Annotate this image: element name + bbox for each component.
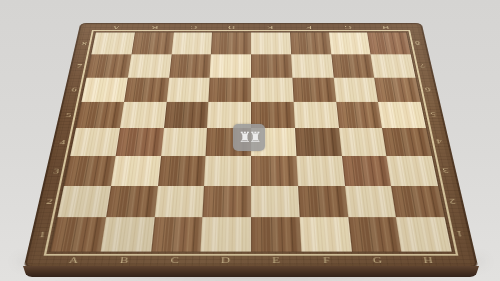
file-label: B	[98, 252, 151, 268]
square-a4[interactable]	[70, 128, 120, 156]
file-label: E	[251, 252, 302, 268]
square-g5[interactable]	[336, 102, 382, 128]
watermark-logo: ♜♜	[233, 124, 265, 151]
file-label: A	[47, 252, 101, 268]
square-e1[interactable]	[251, 217, 301, 251]
square-h4[interactable]	[382, 128, 432, 156]
square-f6[interactable]	[292, 77, 336, 102]
file-label: G	[351, 252, 404, 268]
square-a5[interactable]	[76, 102, 124, 128]
square-e3[interactable]	[251, 156, 298, 186]
square-d3[interactable]	[204, 156, 251, 186]
square-c3[interactable]	[158, 156, 206, 186]
square-d1[interactable]	[201, 217, 251, 251]
square-e2[interactable]	[251, 186, 299, 218]
square-e6[interactable]	[251, 77, 293, 102]
square-b8[interactable]	[131, 32, 173, 54]
square-h3[interactable]	[387, 156, 438, 186]
chess-pieces-watermark-icon: ♜♜	[238, 130, 259, 144]
square-f2[interactable]	[298, 186, 348, 218]
file-label: C	[173, 23, 212, 33]
square-f5[interactable]	[293, 102, 338, 128]
file-labels-top: ABCDEFGH	[96, 23, 406, 33]
square-f1[interactable]	[299, 217, 351, 251]
square-h6[interactable]	[374, 77, 420, 102]
square-g1[interactable]	[348, 217, 402, 251]
square-c7[interactable]	[169, 54, 211, 77]
file-label: H	[402, 252, 456, 268]
square-a8[interactable]	[91, 32, 134, 54]
file-label: F	[301, 252, 353, 268]
square-a1[interactable]	[50, 217, 106, 251]
square-c5[interactable]	[164, 102, 209, 128]
square-b6[interactable]	[124, 77, 169, 102]
square-g2[interactable]	[344, 186, 396, 218]
square-b1[interactable]	[100, 217, 154, 251]
square-d8[interactable]	[211, 32, 251, 54]
photo-background: ABCDEFGH ABCDEFGH 87654321 87654321 ♜♜	[0, 0, 500, 281]
square-d7[interactable]	[210, 54, 251, 77]
square-g7[interactable]	[331, 54, 375, 77]
file-label: C	[149, 252, 201, 268]
square-h7[interactable]	[371, 54, 416, 77]
square-a6[interactable]	[81, 77, 127, 102]
file-label: G	[328, 23, 368, 33]
square-f3[interactable]	[296, 156, 344, 186]
square-e8[interactable]	[251, 32, 291, 54]
square-g8[interactable]	[329, 32, 371, 54]
square-a3[interactable]	[64, 156, 115, 186]
square-g3[interactable]	[341, 156, 391, 186]
file-label: E	[251, 23, 290, 33]
square-e7[interactable]	[251, 54, 292, 77]
board-edge-side	[23, 266, 479, 277]
square-c4[interactable]	[161, 128, 208, 156]
square-h2[interactable]	[391, 186, 444, 218]
square-f8[interactable]	[290, 32, 331, 54]
file-label: F	[289, 23, 328, 33]
square-b5[interactable]	[120, 102, 166, 128]
square-a7[interactable]	[87, 54, 132, 77]
square-d2[interactable]	[203, 186, 251, 218]
file-label: H	[366, 23, 406, 33]
square-b2[interactable]	[106, 186, 158, 218]
square-g4[interactable]	[339, 128, 387, 156]
square-h5[interactable]	[378, 102, 426, 128]
square-c1[interactable]	[151, 217, 203, 251]
file-label: D	[212, 23, 251, 33]
square-c8[interactable]	[171, 32, 212, 54]
square-d6[interactable]	[209, 77, 251, 102]
square-b7[interactable]	[128, 54, 172, 77]
file-label: B	[135, 23, 175, 33]
square-b4[interactable]	[115, 128, 163, 156]
file-labels-bottom: ABCDEFGH	[47, 252, 455, 268]
file-label: A	[96, 23, 136, 33]
square-c2[interactable]	[154, 186, 204, 218]
square-c6[interactable]	[166, 77, 210, 102]
square-f7[interactable]	[291, 54, 333, 77]
file-label: D	[200, 252, 251, 268]
square-h1[interactable]	[396, 217, 452, 251]
square-g6[interactable]	[333, 77, 378, 102]
square-a2[interactable]	[57, 186, 110, 218]
square-b3[interactable]	[111, 156, 161, 186]
square-h8[interactable]	[367, 32, 410, 54]
square-f4[interactable]	[295, 128, 342, 156]
